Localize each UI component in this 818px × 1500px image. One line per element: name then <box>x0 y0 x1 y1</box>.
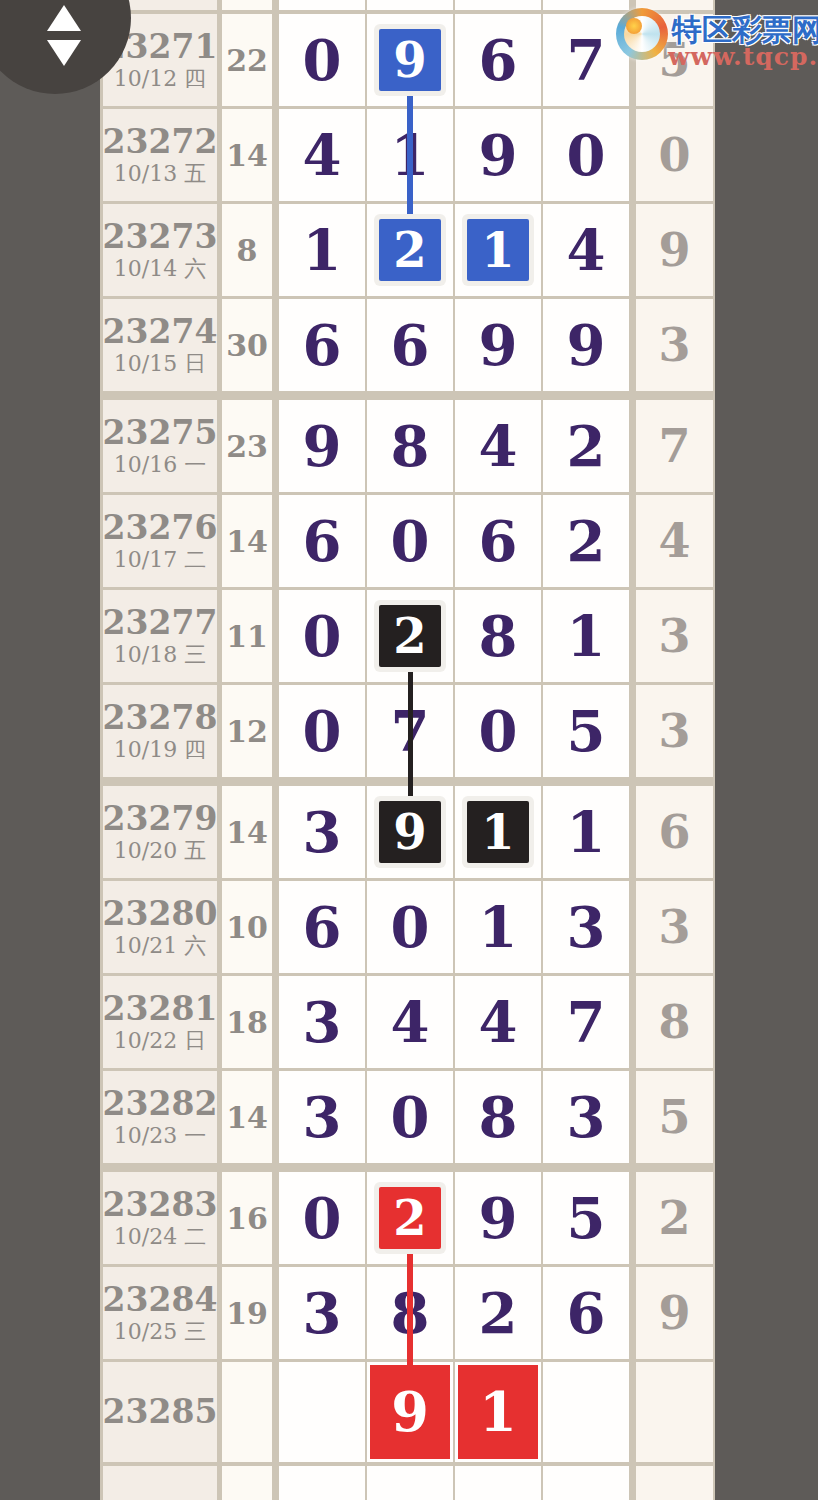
digit-cell: 7 <box>543 976 629 1068</box>
issue-number: 23280 <box>103 895 218 933</box>
digit-cell: 2 <box>455 1267 541 1359</box>
tail-cell: 4 <box>636 495 713 587</box>
site-logo[interactable]: 特区彩票网 www.tqcp.net <box>610 2 818 80</box>
issue-cell: 2327910/20 五 <box>103 786 217 878</box>
trend-line-black <box>408 664 413 804</box>
digit-cell: 0 <box>367 1071 453 1163</box>
sum-cell <box>222 0 272 10</box>
highlight-blue: 2 <box>379 219 441 281</box>
logo-url: www.tqcp.net <box>668 42 818 71</box>
tail-cell <box>636 1362 713 1462</box>
digit-cell: 6 <box>367 299 453 391</box>
issue-date: 10/14 六 <box>114 256 206 282</box>
tail-cell: 0 <box>636 109 713 201</box>
trend-line-blue <box>407 88 413 222</box>
digit-cell: 9 <box>367 1362 453 1462</box>
issue-date: 10/17 二 <box>114 547 206 573</box>
digit-cell: 1 <box>455 204 541 296</box>
digit-cell: 5 <box>543 685 629 777</box>
sum-cell: 18 <box>222 976 272 1068</box>
digit-cell: 8 <box>455 590 541 682</box>
sum-cell <box>222 1362 272 1462</box>
digit-cell <box>367 1466 453 1500</box>
tail-cell: 5 <box>636 1071 713 1163</box>
issue-cell: 2328210/23 一 <box>103 1071 217 1163</box>
issue-cell: 2327410/15 日 <box>103 299 217 391</box>
digit-cell: 6 <box>543 1267 629 1359</box>
tail-cell: 3 <box>636 685 713 777</box>
issue-cell: 2328010/21 六 <box>103 881 217 973</box>
issue-date: 10/19 四 <box>114 737 206 763</box>
digit-cell: 0 <box>543 109 629 201</box>
sum-cell: 10 <box>222 881 272 973</box>
digit-cell: 4 <box>455 976 541 1068</box>
digit-cell <box>279 1362 365 1462</box>
issue-cell: 2328410/25 三 <box>103 1267 217 1359</box>
digit-cell: 1 <box>455 881 541 973</box>
table-row-partial-bottom <box>103 1466 715 1500</box>
sum-cell: 14 <box>222 1071 272 1163</box>
tail-cell: 7 <box>636 400 713 492</box>
sum-cell: 11 <box>222 590 272 682</box>
digit-cell: 6 <box>279 881 365 973</box>
highlight-black: 2 <box>379 605 441 667</box>
sum-cell: 30 <box>222 299 272 391</box>
digit-cell: 3 <box>279 786 365 878</box>
sum-cell <box>222 1466 272 1500</box>
sum-cell: 14 <box>222 495 272 587</box>
digit-cell: 3 <box>279 1071 365 1163</box>
digit-cell <box>455 1466 541 1500</box>
tail-cell: 3 <box>636 881 713 973</box>
tail-cell: 2 <box>636 1172 713 1264</box>
issue-date: 10/24 二 <box>114 1224 206 1250</box>
digit-cell: 9 <box>543 299 629 391</box>
highlight-blue: 1 <box>467 219 529 281</box>
issue-date: 10/21 六 <box>114 933 206 959</box>
digit-cell <box>543 1466 629 1500</box>
digit-cell: 3 <box>279 1267 365 1359</box>
issue-number: 23275 <box>103 414 218 452</box>
issue-number: 23281 <box>103 990 218 1028</box>
issue-cell: 2327210/13 五 <box>103 109 217 201</box>
issue-number: 23277 <box>103 604 218 642</box>
digit-cell: 0 <box>279 1172 365 1264</box>
issue-date: 10/23 一 <box>114 1123 206 1149</box>
tail-cell: 8 <box>636 976 713 1068</box>
sum-cell: 16 <box>222 1172 272 1264</box>
table-row: 2328010/21 六1060133 <box>103 881 715 973</box>
tail-cell: 9 <box>636 1267 713 1359</box>
table-row: 2327410/15 日3066993 <box>103 299 715 391</box>
digit-cell: 4 <box>279 109 365 201</box>
digit-cell: 4 <box>367 976 453 1068</box>
issue-number: 23284 <box>103 1281 218 1319</box>
sum-cell: 19 <box>222 1267 272 1359</box>
digit-cell: 2 <box>543 495 629 587</box>
digit-cell: 9 <box>279 400 365 492</box>
sum-cell: 23 <box>222 400 272 492</box>
digit-cell: 1 <box>279 204 365 296</box>
digit-cell: 4 <box>455 400 541 492</box>
issue-cell: 2327510/16 一 <box>103 400 217 492</box>
digit-cell: 3 <box>543 1071 629 1163</box>
issue-date: 10/18 三 <box>114 642 206 668</box>
digit-cell: 6 <box>279 495 365 587</box>
table-row: 2328210/23 一1430835 <box>103 1071 715 1163</box>
digit-cell <box>367 0 453 10</box>
digit-cell: 5 <box>543 1172 629 1264</box>
digit-cell: 0 <box>279 14 365 106</box>
highlight-blue: 9 <box>379 29 441 91</box>
issue-date: 10/12 四 <box>114 66 206 92</box>
digit-cell: 2 <box>543 400 629 492</box>
issue-cell: 2327310/14 六 <box>103 204 217 296</box>
table-row: 2327510/16 一2398427 <box>103 400 715 492</box>
digit-cell: 1 <box>543 590 629 682</box>
digit-cell: 8 <box>367 400 453 492</box>
highlight-red: 2 <box>379 1187 441 1249</box>
digit-cell: 0 <box>279 590 365 682</box>
issue-date: 10/20 五 <box>114 838 206 864</box>
tail-cell: 3 <box>636 299 713 391</box>
issue-date: 10/15 日 <box>114 351 206 377</box>
digit-cell: 3 <box>279 976 365 1068</box>
scroll-down-icon[interactable] <box>47 40 81 66</box>
sum-cell: 14 <box>222 109 272 201</box>
digit-cell: 0 <box>367 881 453 973</box>
issue-cell: 2328110/22 日 <box>103 976 217 1068</box>
issue-date: 10/16 一 <box>114 452 206 478</box>
issue-date: 10/25 三 <box>114 1319 206 1345</box>
tail-cell: 9 <box>636 204 713 296</box>
sum-cell: 12 <box>222 685 272 777</box>
digit-cell: 4 <box>543 204 629 296</box>
digit-cell: 8 <box>455 1071 541 1163</box>
sum-cell: 14 <box>222 786 272 878</box>
issue-cell: 2327610/17 二 <box>103 495 217 587</box>
table-row: 2327610/17 二1460624 <box>103 495 715 587</box>
issue-number: 23276 <box>103 509 218 547</box>
trend-line-red <box>407 1246 413 1366</box>
issue-number: 23279 <box>103 800 218 838</box>
digit-cell <box>279 1466 365 1500</box>
tail-cell <box>636 1466 713 1500</box>
issue-cell: 23285 <box>103 1362 217 1462</box>
tail-cell: 6 <box>636 786 713 878</box>
digit-cell: 0 <box>367 495 453 587</box>
issue-number: 23278 <box>103 699 218 737</box>
sum-cell: 22 <box>222 14 272 106</box>
issue-cell <box>103 1466 217 1500</box>
table-row: 2328110/22 日1834478 <box>103 976 715 1068</box>
digit-cell: 0 <box>455 685 541 777</box>
digit-cell: 1 <box>455 786 541 878</box>
digit-cell: 6 <box>455 14 541 106</box>
highlight-black: 1 <box>467 801 529 863</box>
digit-cell <box>279 0 365 10</box>
issue-cell: 2328310/24 二 <box>103 1172 217 1264</box>
issue-number: 23274 <box>103 313 218 351</box>
issue-number: 23283 <box>103 1186 218 1224</box>
issue-date: 10/22 日 <box>114 1028 206 1054</box>
digit-cell <box>543 1362 629 1462</box>
digit-cell: 9 <box>455 299 541 391</box>
highlight-black: 9 <box>379 801 441 863</box>
digit-cell: 0 <box>279 685 365 777</box>
issue-number: 23285 <box>103 1393 218 1431</box>
digit-cell: 9 <box>455 109 541 201</box>
highlight-red-big: 1 <box>458 1365 538 1459</box>
table-row: 2328591 <box>103 1362 715 1462</box>
digit-cell: 6 <box>279 299 365 391</box>
issue-number: 23273 <box>103 218 218 256</box>
digit-cell: 1 <box>543 786 629 878</box>
sum-cell: 8 <box>222 204 272 296</box>
digit-cell: 6 <box>455 495 541 587</box>
digit-cell <box>455 0 541 10</box>
issue-cell: 2327710/18 三 <box>103 590 217 682</box>
issue-number: 23282 <box>103 1085 218 1123</box>
tail-cell: 3 <box>636 590 713 682</box>
lottery-trend-table: 2327110/12 四22096752327210/13 五144190023… <box>100 0 715 1500</box>
digit-cell: 1 <box>455 1362 541 1462</box>
digit-cell: 9 <box>455 1172 541 1264</box>
highlight-red-big: 9 <box>370 1365 450 1459</box>
issue-date: 10/13 五 <box>114 161 206 187</box>
issue-cell: 2327810/19 四 <box>103 685 217 777</box>
logo-swirl-icon <box>616 8 668 60</box>
digit-cell: 3 <box>543 881 629 973</box>
scroll-up-icon[interactable] <box>47 5 81 31</box>
issue-number: 23272 <box>103 123 218 161</box>
